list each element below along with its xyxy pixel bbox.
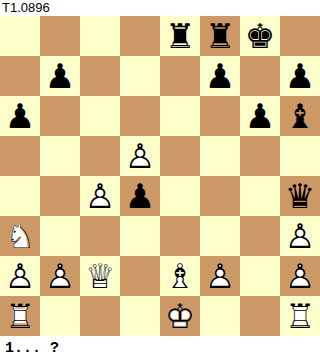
square-a8[interactable]: [0, 16, 40, 56]
square-g2[interactable]: [240, 256, 280, 296]
square-e7[interactable]: [160, 56, 200, 96]
square-g8[interactable]: ♚: [240, 16, 280, 56]
piece-white-pawn[interactable]: ♙: [280, 216, 320, 256]
square-f3[interactable]: [200, 216, 240, 256]
square-h4[interactable]: ♛: [280, 176, 320, 216]
square-c2[interactable]: ♛♕: [80, 256, 120, 296]
square-a6[interactable]: ♟: [0, 96, 40, 136]
piece-white-pawn[interactable]: ♙: [40, 256, 80, 296]
move-prompt: 1... ?: [0, 336, 320, 360]
square-h2[interactable]: ♟♙: [280, 256, 320, 296]
square-b8[interactable]: [40, 16, 80, 56]
piece-black-queen[interactable]: ♛: [280, 176, 320, 216]
square-h8[interactable]: [280, 16, 320, 56]
square-e5[interactable]: [160, 136, 200, 176]
square-b5[interactable]: [40, 136, 80, 176]
square-d1[interactable]: [120, 296, 160, 336]
square-f7[interactable]: ♟: [200, 56, 240, 96]
square-g7[interactable]: [240, 56, 280, 96]
piece-white-queen[interactable]: ♕: [80, 256, 120, 296]
square-a2[interactable]: ♟♙: [0, 256, 40, 296]
square-a7[interactable]: [0, 56, 40, 96]
piece-black-pawn[interactable]: ♟: [120, 176, 160, 216]
square-f2[interactable]: ♟♙: [200, 256, 240, 296]
square-f1[interactable]: [200, 296, 240, 336]
chess-board: ♜♜♚♟♟♟♟♟♝♟♙♟♙♟♛♞♘♟♙♟♙♟♙♛♕♝♗♟♙♟♙♜♖♚♔♜♖: [0, 16, 320, 336]
square-f6[interactable]: [200, 96, 240, 136]
square-g4[interactable]: [240, 176, 280, 216]
square-h6[interactable]: ♝: [280, 96, 320, 136]
piece-white-pawn-fill: ♟: [40, 256, 80, 296]
piece-white-rook-fill: ♜: [280, 296, 320, 336]
piece-white-rook[interactable]: ♖: [280, 296, 320, 336]
square-d8[interactable]: [120, 16, 160, 56]
piece-white-pawn-fill: ♟: [120, 136, 160, 176]
piece-white-rook-fill: ♜: [0, 296, 40, 336]
piece-black-pawn[interactable]: ♟: [240, 96, 280, 136]
square-e4[interactable]: [160, 176, 200, 216]
square-g6[interactable]: ♟: [240, 96, 280, 136]
square-f4[interactable]: [200, 176, 240, 216]
piece-black-pawn[interactable]: ♟: [280, 56, 320, 96]
square-a4[interactable]: [0, 176, 40, 216]
square-a1[interactable]: ♜♖: [0, 296, 40, 336]
square-e2[interactable]: ♝♗: [160, 256, 200, 296]
piece-white-pawn-fill: ♟: [200, 256, 240, 296]
square-h5[interactable]: [280, 136, 320, 176]
square-d2[interactable]: [120, 256, 160, 296]
piece-black-rook[interactable]: ♜: [200, 16, 240, 56]
piece-white-pawn[interactable]: ♙: [80, 176, 120, 216]
square-d6[interactable]: [120, 96, 160, 136]
square-g1[interactable]: [240, 296, 280, 336]
square-d3[interactable]: [120, 216, 160, 256]
piece-black-pawn[interactable]: ♟: [0, 96, 40, 136]
square-c4[interactable]: ♟♙: [80, 176, 120, 216]
puzzle-id: T1.0896: [0, 0, 320, 16]
square-e6[interactable]: [160, 96, 200, 136]
square-c6[interactable]: [80, 96, 120, 136]
square-b6[interactable]: [40, 96, 80, 136]
square-h7[interactable]: ♟: [280, 56, 320, 96]
square-b1[interactable]: [40, 296, 80, 336]
square-c3[interactable]: [80, 216, 120, 256]
square-a3[interactable]: ♞♘: [0, 216, 40, 256]
square-h3[interactable]: ♟♙: [280, 216, 320, 256]
square-c1[interactable]: [80, 296, 120, 336]
piece-white-pawn-fill: ♟: [0, 256, 40, 296]
piece-white-pawn-fill: ♟: [80, 176, 120, 216]
piece-black-pawn[interactable]: ♟: [40, 56, 80, 96]
square-e3[interactable]: [160, 216, 200, 256]
piece-white-bishop[interactable]: ♗: [160, 256, 200, 296]
square-g3[interactable]: [240, 216, 280, 256]
piece-white-pawn-fill: ♟: [280, 216, 320, 256]
piece-white-pawn[interactable]: ♙: [280, 256, 320, 296]
square-g5[interactable]: [240, 136, 280, 176]
piece-white-pawn[interactable]: ♙: [200, 256, 240, 296]
piece-black-rook[interactable]: ♜: [160, 16, 200, 56]
square-a5[interactable]: [0, 136, 40, 176]
square-d5[interactable]: ♟♙: [120, 136, 160, 176]
square-e1[interactable]: ♚♔: [160, 296, 200, 336]
square-e8[interactable]: ♜: [160, 16, 200, 56]
square-c5[interactable]: [80, 136, 120, 176]
chess-puzzle-page: T1.0896 ♜♜♚♟♟♟♟♟♝♟♙♟♙♟♛♞♘♟♙♟♙♟♙♛♕♝♗♟♙♟♙♜…: [0, 0, 320, 360]
square-f8[interactable]: ♜: [200, 16, 240, 56]
square-b7[interactable]: ♟: [40, 56, 80, 96]
piece-white-pawn-fill: ♟: [280, 256, 320, 296]
square-b2[interactable]: ♟♙: [40, 256, 80, 296]
square-b4[interactable]: [40, 176, 80, 216]
square-d7[interactable]: [120, 56, 160, 96]
piece-white-rook[interactable]: ♖: [0, 296, 40, 336]
piece-white-bishop-fill: ♝: [160, 256, 200, 296]
piece-black-king[interactable]: ♚: [240, 16, 280, 56]
square-c8[interactable]: [80, 16, 120, 56]
piece-black-bishop[interactable]: ♝: [280, 96, 320, 136]
piece-white-king-fill: ♚: [160, 296, 200, 336]
piece-black-pawn[interactable]: ♟: [200, 56, 240, 96]
square-h1[interactable]: ♜♖: [280, 296, 320, 336]
square-f5[interactable]: [200, 136, 240, 176]
piece-white-knight-fill: ♞: [0, 216, 40, 256]
square-c7[interactable]: [80, 56, 120, 96]
square-d4[interactable]: ♟: [120, 176, 160, 216]
square-b3[interactable]: [40, 216, 80, 256]
piece-white-pawn[interactable]: ♙: [0, 256, 40, 296]
piece-white-knight[interactable]: ♘: [0, 216, 40, 256]
piece-white-queen-fill: ♛: [80, 256, 120, 296]
piece-white-pawn[interactable]: ♙: [120, 136, 160, 176]
piece-white-king[interactable]: ♔: [160, 296, 200, 336]
